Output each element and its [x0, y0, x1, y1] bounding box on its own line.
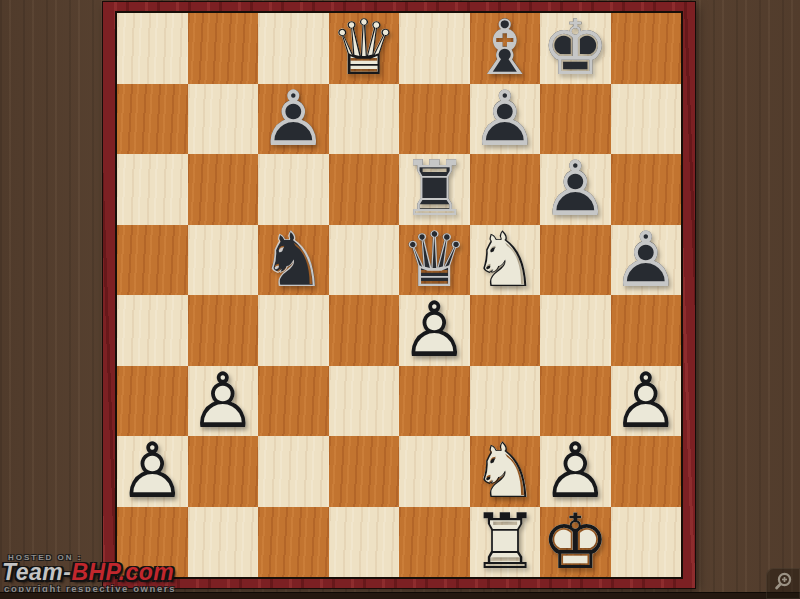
square-h7: [611, 84, 682, 155]
black-knight-c5: ♞♘: [258, 225, 329, 296]
white-knight-f2: ♞♘: [470, 436, 541, 507]
square-d6: [329, 154, 400, 225]
square-a7: [117, 84, 188, 155]
site-name-gray: Team-: [2, 559, 71, 585]
black-pawn-f7: ♟♙: [470, 84, 541, 155]
black-pawn-g6: ♟♙: [540, 154, 611, 225]
square-e3: [399, 366, 470, 437]
zoom-in-button[interactable]: [766, 568, 800, 599]
black-bishop-f8: ♝♗: [470, 13, 541, 84]
white-pawn-a2: ♟♙: [117, 436, 188, 507]
white-pawn-h3: ♟♙: [611, 366, 682, 437]
square-g5: [540, 225, 611, 296]
square-e4: ♟♙: [399, 295, 470, 366]
square-a8: [117, 13, 188, 84]
square-a5: [117, 225, 188, 296]
black-king-g8: ♚♔: [540, 13, 611, 84]
square-d4: [329, 295, 400, 366]
square-c8: [258, 13, 329, 84]
black-pawn-c7: ♟♙: [258, 84, 329, 155]
black-pawn-h5: ♟♙: [611, 225, 682, 296]
square-h1: [611, 507, 682, 578]
square-g6: ♟♙: [540, 154, 611, 225]
square-c7: ♟♙: [258, 84, 329, 155]
black-rook-e6: ♜♖: [399, 154, 470, 225]
square-c4: [258, 295, 329, 366]
white-pawn-g2: ♟♙: [540, 436, 611, 507]
square-e8: [399, 13, 470, 84]
square-h3: ♟♙: [611, 366, 682, 437]
square-f8: ♝♗: [470, 13, 541, 84]
white-king-g1: ♚♔: [540, 507, 611, 578]
square-c3: [258, 366, 329, 437]
site-name-red: BHP.com: [71, 559, 174, 585]
watermark-site-name: Team-BHP.com: [2, 559, 174, 586]
square-f6: [470, 154, 541, 225]
square-b2: [188, 436, 259, 507]
board-border: ♛♕♝♗♚♔♟♙♟♙♜♖♟♙♞♘♛♕♞♘♟♙♟♙♟♙♟♙♟♙♞♘♟♙♜♖♚♔: [115, 11, 683, 579]
square-b4: [188, 295, 259, 366]
zoom-in-icon: [771, 570, 795, 598]
square-d2: [329, 436, 400, 507]
square-h8: [611, 13, 682, 84]
square-a4: [117, 295, 188, 366]
square-f4: [470, 295, 541, 366]
square-f1: ♜♖: [470, 507, 541, 578]
square-a6: [117, 154, 188, 225]
square-h2: [611, 436, 682, 507]
square-h6: [611, 154, 682, 225]
page-background: ♛♕♝♗♚♔♟♙♟♙♜♖♟♙♞♘♛♕♞♘♟♙♟♙♟♙♟♙♟♙♞♘♟♙♜♖♚♔ H…: [0, 0, 800, 599]
square-c1: [258, 507, 329, 578]
white-pawn-e4: ♟♙: [399, 295, 470, 366]
bottom-divider-bar: [0, 592, 800, 599]
square-d3: [329, 366, 400, 437]
white-rook-f1: ♜♖: [470, 507, 541, 578]
square-b1: [188, 507, 259, 578]
square-c5: ♞♘: [258, 225, 329, 296]
square-b3: ♟♙: [188, 366, 259, 437]
square-e1: [399, 507, 470, 578]
square-h4: [611, 295, 682, 366]
square-b6: [188, 154, 259, 225]
chess-board: ♛♕♝♗♚♔♟♙♟♙♜♖♟♙♞♘♛♕♞♘♟♙♟♙♟♙♟♙♟♙♞♘♟♙♜♖♚♔: [117, 13, 681, 577]
square-c2: [258, 436, 329, 507]
square-g8: ♚♔: [540, 13, 611, 84]
square-d5: [329, 225, 400, 296]
square-g2: ♟♙: [540, 436, 611, 507]
square-f2: ♞♘: [470, 436, 541, 507]
square-h5: ♟♙: [611, 225, 682, 296]
square-e2: [399, 436, 470, 507]
square-d7: [329, 84, 400, 155]
square-b7: [188, 84, 259, 155]
square-b8: [188, 13, 259, 84]
square-d1: [329, 507, 400, 578]
white-queen-d8: ♛♕: [329, 13, 400, 84]
square-f5: ♞♘: [470, 225, 541, 296]
square-d8: ♛♕: [329, 13, 400, 84]
square-f7: ♟♙: [470, 84, 541, 155]
square-g1: ♚♔: [540, 507, 611, 578]
white-pawn-b3: ♟♙: [188, 366, 259, 437]
square-e6: ♜♖: [399, 154, 470, 225]
square-c6: [258, 154, 329, 225]
square-b5: [188, 225, 259, 296]
square-a2: ♟♙: [117, 436, 188, 507]
board-frame: ♛♕♝♗♚♔♟♙♟♙♜♖♟♙♞♘♛♕♞♘♟♙♟♙♟♙♟♙♟♙♞♘♟♙♜♖♚♔: [103, 2, 695, 588]
square-g4: [540, 295, 611, 366]
white-knight-f5: ♞♘: [470, 225, 541, 296]
